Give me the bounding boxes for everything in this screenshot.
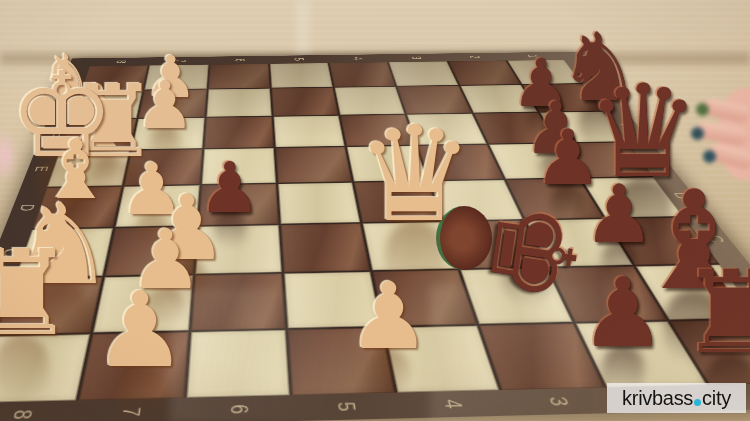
white-rook-b8[interactable]: ♜ [0,234,75,352]
watermark-text-prefix: krivbass [622,387,693,410]
white-queen-d4[interactable]: ♛ [356,108,474,240]
watermark-krivbass-city: krivbasscity [607,383,746,413]
black-king-fallen-c3[interactable]: ♚ [471,195,596,310]
chessboard-photo: 87654321 87654321 HGFEDCBA HGFEDCBA ♞♟♟♝… [0,0,750,421]
watermark-dot [694,399,701,406]
painted-nail [703,150,716,163]
black-rook-b1[interactable]: ♜ [680,256,750,370]
painted-nail [696,103,709,116]
white-pawn-b5[interactable]: ♟ [348,271,430,363]
black-pawn-b2[interactable]: ♟ [580,265,666,361]
watermark-text-suffix: city [702,387,731,410]
white-pawn-a7[interactable]: ♟ [93,278,186,382]
pieces-layer: ♞♟♟♝♜♚♝♟♛♟♞♟♜♟♟♟♞♟♛♟♟♟♚♝♟♜ [0,0,750,421]
painted-nail [691,127,704,140]
hand [694,88,750,180]
